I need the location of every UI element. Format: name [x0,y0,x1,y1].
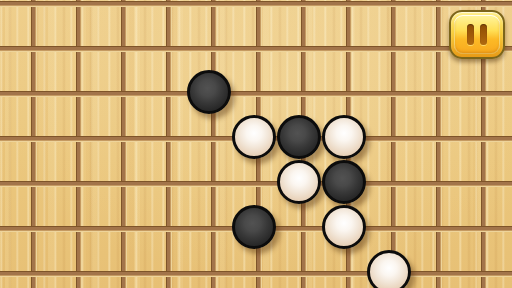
stone-black [232,205,276,249]
grid-line-vertical [31,0,37,288]
grid-line-horizontal [0,271,512,277]
grid-line-horizontal [0,181,512,187]
grid-line-horizontal [0,1,512,7]
pause-button-face [454,15,500,54]
stone-white [322,115,366,159]
stone-black [277,115,321,159]
grid-line-vertical [166,0,172,288]
grid-line-vertical [211,0,217,288]
stone-black [187,70,231,114]
pause-icon [467,24,487,45]
pause-bar [467,24,474,45]
grid-line-vertical [436,0,442,288]
grid-line-vertical [391,0,397,288]
stone-white [277,160,321,204]
grid-line-horizontal [0,91,512,97]
pause-button[interactable] [449,10,505,59]
grid-line-vertical [76,0,82,288]
grid-line-vertical [121,0,127,288]
pause-bar [480,24,487,45]
stone-white [232,115,276,159]
stone-white [322,205,366,249]
gomoku-board[interactable] [0,0,512,288]
stone-black [322,160,366,204]
stone-white [367,250,411,288]
game-screen [0,0,512,288]
grid-line-horizontal [0,46,512,52]
